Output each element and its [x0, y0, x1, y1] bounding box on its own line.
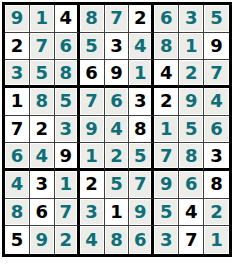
cell-r6c2[interactable]: 4	[30, 143, 55, 171]
cell-r5c7[interactable]: 1	[154, 116, 179, 144]
cell-r1c8[interactable]: 3	[179, 5, 204, 33]
cell-r7c4[interactable]: 2	[80, 171, 105, 199]
cell-r5c3[interactable]: 3	[55, 116, 80, 144]
cell-r4c5[interactable]: 6	[105, 88, 130, 116]
cell-r4c4[interactable]: 7	[80, 88, 105, 116]
cell-r6c4[interactable]: 1	[80, 143, 105, 171]
cell-r9c8[interactable]: 7	[179, 226, 204, 254]
cell-r8c7[interactable]: 5	[154, 199, 179, 227]
cell-r4c1[interactable]: 1	[5, 88, 30, 116]
cell-r3c2[interactable]: 5	[30, 60, 55, 88]
cell-r2c7[interactable]: 8	[154, 33, 179, 61]
cell-r9c9[interactable]: 1	[204, 226, 229, 254]
cell-r3c4[interactable]: 6	[80, 60, 105, 88]
cell-r8c9[interactable]: 2	[204, 199, 229, 227]
cell-r8c3[interactable]: 7	[55, 199, 80, 227]
cell-r7c5[interactable]: 5	[105, 171, 130, 199]
cell-r3c9[interactable]: 7	[204, 60, 229, 88]
cell-r4c8[interactable]: 9	[179, 88, 204, 116]
cell-r1c5[interactable]: 7	[105, 5, 130, 33]
cell-r5c1[interactable]: 7	[5, 116, 30, 144]
cell-r6c1[interactable]: 6	[5, 143, 30, 171]
cell-r3c1[interactable]: 3	[5, 60, 30, 88]
cell-r6c6[interactable]: 5	[129, 143, 154, 171]
cell-r1c6[interactable]: 2	[129, 5, 154, 33]
cell-r4c7[interactable]: 2	[154, 88, 179, 116]
cell-r3c8[interactable]: 2	[179, 60, 204, 88]
cell-r8c4[interactable]: 3	[80, 199, 105, 227]
cell-r6c8[interactable]: 8	[179, 143, 204, 171]
cell-r2c4[interactable]: 5	[80, 33, 105, 61]
cell-r3c5[interactable]: 9	[105, 60, 130, 88]
cell-r2c8[interactable]: 1	[179, 33, 204, 61]
cell-r8c5[interactable]: 1	[105, 199, 130, 227]
cell-r1c4[interactable]: 8	[80, 5, 105, 33]
cell-r2c9[interactable]: 9	[204, 33, 229, 61]
cell-r9c4[interactable]: 4	[80, 226, 105, 254]
cell-r1c1[interactable]: 9	[5, 5, 30, 33]
cell-r1c9[interactable]: 5	[204, 5, 229, 33]
cell-r4c3[interactable]: 5	[55, 88, 80, 116]
cell-r9c2[interactable]: 9	[30, 226, 55, 254]
cell-r9c5[interactable]: 8	[105, 226, 130, 254]
cell-r9c7[interactable]: 3	[154, 226, 179, 254]
cell-r3c3[interactable]: 8	[55, 60, 80, 88]
cell-r6c5[interactable]: 2	[105, 143, 130, 171]
cell-r6c9[interactable]: 3	[204, 143, 229, 171]
sudoku-grid: 9148726352765348193586914271857632947239…	[5, 5, 229, 254]
cell-r6c3[interactable]: 9	[55, 143, 80, 171]
cell-r7c7[interactable]: 9	[154, 171, 179, 199]
cell-r4c2[interactable]: 8	[30, 88, 55, 116]
cell-r7c1[interactable]: 4	[5, 171, 30, 199]
cell-r7c8[interactable]: 6	[179, 171, 204, 199]
cell-r8c1[interactable]: 8	[5, 199, 30, 227]
cell-r7c2[interactable]: 3	[30, 171, 55, 199]
cell-r9c3[interactable]: 2	[55, 226, 80, 254]
cell-r5c2[interactable]: 2	[30, 116, 55, 144]
cell-r1c7[interactable]: 6	[154, 5, 179, 33]
cell-r2c2[interactable]: 7	[30, 33, 55, 61]
cell-r2c6[interactable]: 4	[129, 33, 154, 61]
cell-r8c8[interactable]: 4	[179, 199, 204, 227]
cell-r1c3[interactable]: 4	[55, 5, 80, 33]
cell-r1c2[interactable]: 1	[30, 5, 55, 33]
cell-r8c2[interactable]: 6	[30, 199, 55, 227]
cell-r2c3[interactable]: 6	[55, 33, 80, 61]
cell-r4c6[interactable]: 3	[129, 88, 154, 116]
cell-r5c4[interactable]: 9	[80, 116, 105, 144]
cell-r8c6[interactable]: 9	[129, 199, 154, 227]
cell-r5c8[interactable]: 5	[179, 116, 204, 144]
cell-r7c3[interactable]: 1	[55, 171, 80, 199]
cell-r5c9[interactable]: 6	[204, 116, 229, 144]
cell-r4c9[interactable]: 4	[204, 88, 229, 116]
cell-r2c5[interactable]: 3	[105, 33, 130, 61]
cell-r2c1[interactable]: 2	[5, 33, 30, 61]
cell-r7c9[interactable]: 8	[204, 171, 229, 199]
cell-r7c6[interactable]: 7	[129, 171, 154, 199]
cell-r3c6[interactable]: 1	[129, 60, 154, 88]
cell-r6c7[interactable]: 7	[154, 143, 179, 171]
cell-r9c1[interactable]: 5	[5, 226, 30, 254]
cell-r5c5[interactable]: 4	[105, 116, 130, 144]
cell-r5c6[interactable]: 8	[129, 116, 154, 144]
cell-r3c7[interactable]: 4	[154, 60, 179, 88]
sudoku-board: 9148726352765348193586914271857632947239…	[2, 2, 232, 257]
cell-r9c6[interactable]: 6	[129, 226, 154, 254]
